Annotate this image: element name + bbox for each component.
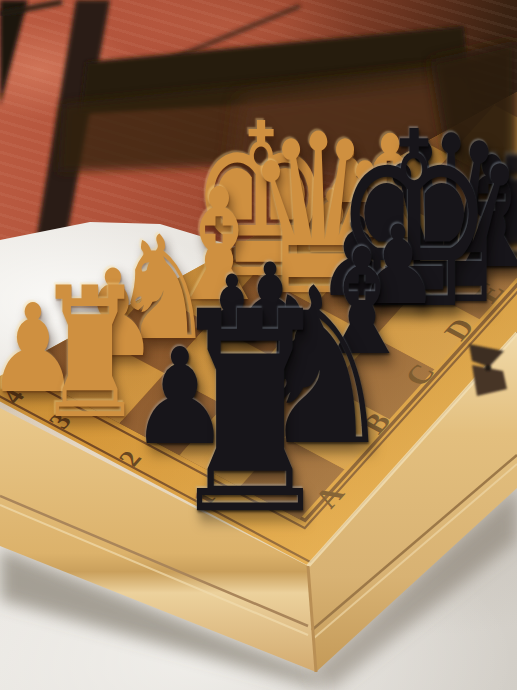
photo-scene: ABCDEFGH12345678	[0, 0, 517, 690]
pieces-layer: ♟♟♝♟♜♝♚♛♟♝♛♚♟♟♞♟♝♟♟♜♞♟♜	[0, 0, 517, 690]
piece-black-rook-a1[interactable]: ♜	[166, 276, 335, 553]
